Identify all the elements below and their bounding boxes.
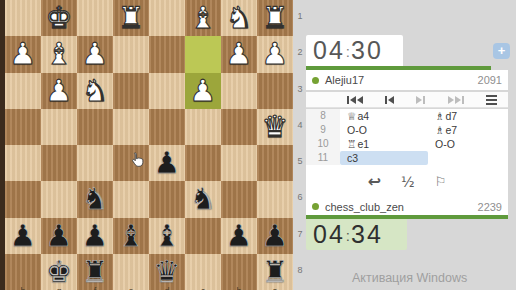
rank-label-7: 7 — [294, 229, 306, 239]
move-row-8: 8♕a4♗d7 — [306, 109, 508, 123]
square-h6[interactable] — [5, 181, 41, 217]
bottom-player-rating: 2239 — [478, 201, 502, 213]
black-queen-d8[interactable]: ♛ — [149, 254, 185, 290]
white-pawn-h2[interactable]: ♟ — [5, 36, 41, 72]
black-move-8[interactable]: ♗d7 — [428, 109, 508, 123]
square-h1[interactable] — [5, 0, 41, 36]
clock-colon: : — [345, 227, 351, 244]
resign-flag-button[interactable]: ⚐ — [435, 174, 447, 189]
white-king-g1[interactable]: ♚ — [41, 0, 77, 36]
rank-label-3: 3 — [294, 84, 306, 94]
rank-label-5: 5 — [294, 156, 306, 166]
previous-move-button[interactable] — [385, 95, 394, 105]
square-h5[interactable] — [5, 145, 41, 181]
white-knight-f3[interactable]: ♞ — [77, 73, 113, 109]
white-move-10[interactable]: ♖e1 — [340, 137, 428, 151]
move-row-11: 11c3 — [306, 151, 508, 165]
rank-label-8: 8 — [294, 265, 306, 275]
black-rook-a8[interactable]: ♜ — [257, 254, 293, 290]
online-dot-icon — [312, 203, 319, 210]
game-actions-bar: ↩ ½ ⚐ — [306, 165, 508, 198]
bottom-player-clock: 04:34 — [306, 219, 407, 250]
black-knight-f6[interactable]: ♞ — [77, 181, 113, 217]
square-b3[interactable] — [221, 73, 257, 109]
white-pawn-c3[interactable]: ♟ — [185, 73, 221, 109]
clock-seconds: 34 — [351, 220, 383, 248]
move-navigation-bar — [306, 92, 508, 108]
rank-label-2: 2 — [294, 47, 306, 57]
give-time-button[interactable]: + — [493, 43, 510, 59]
square-d1[interactable] — [149, 0, 185, 36]
file-label-a: a — [257, 286, 293, 290]
white-bishop-c1[interactable]: ♝ — [185, 0, 221, 36]
black-rook-f8[interactable]: ♜ — [77, 254, 113, 290]
bottom-player-row: chess_club_zen 2239 — [306, 198, 508, 215]
square-e6[interactable] — [113, 181, 149, 217]
white-pawn-a2[interactable]: ♟ — [257, 36, 293, 72]
move-number: 11 — [306, 151, 340, 165]
black-move-11[interactable] — [428, 151, 508, 165]
black-pawn-b7[interactable]: ♟ — [221, 218, 257, 254]
square-d6[interactable] — [149, 181, 185, 217]
move-list-menu-button[interactable] — [486, 95, 497, 105]
square-f1[interactable] — [77, 0, 113, 36]
square-a5[interactable] — [257, 145, 293, 181]
square-c7[interactable] — [185, 218, 221, 254]
white-move-11[interactable]: c3 — [340, 151, 428, 165]
white-rook-e1[interactable]: ♜ — [113, 0, 149, 36]
square-f4[interactable] — [77, 109, 113, 145]
windows-activation-watermark: Активация Windows — [352, 271, 467, 285]
square-b5[interactable] — [221, 145, 257, 181]
black-move-10[interactable]: O-O — [428, 137, 508, 151]
black-king-g8[interactable]: ♚ — [41, 254, 77, 290]
move-row-10: 10♖e1O-O — [306, 137, 508, 151]
square-h3[interactable] — [5, 73, 41, 109]
rank-label-1: 1 — [294, 11, 306, 21]
square-g6[interactable] — [41, 181, 77, 217]
chess-app-window: ♜♞♝♜♚♟♟♟♝♟♟♞♟♛♟♞♞♟♟♝♝♟♟♟♜♛♜♚ 12345678 hg… — [0, 0, 516, 290]
mouse-hand-cursor-icon — [128, 151, 145, 169]
move-list: 8♕a4♗d79O-O♗e710♖e1O-O11c3 — [306, 109, 508, 165]
square-g4[interactable] — [41, 109, 77, 145]
move-number: 10 — [306, 137, 340, 151]
white-pawn-f2[interactable]: ♟ — [77, 36, 113, 72]
file-label-d: d — [149, 286, 185, 290]
square-a3[interactable] — [257, 73, 293, 109]
move-row-9: 9O-O♗e7 — [306, 123, 508, 137]
square-e3[interactable] — [113, 73, 149, 109]
square-g5[interactable] — [41, 145, 77, 181]
square-d4[interactable] — [149, 109, 185, 145]
black-pawn-d5[interactable]: ♟ — [149, 145, 185, 181]
rank-label-4: 4 — [294, 120, 306, 130]
black-bishop-d7[interactable]: ♝ — [149, 218, 185, 254]
online-dot-icon — [312, 77, 319, 84]
square-e4[interactable] — [113, 109, 149, 145]
last-move-button[interactable] — [448, 95, 464, 105]
file-label-e: e — [113, 286, 149, 290]
white-rook-a1[interactable]: ♜ — [257, 0, 293, 36]
white-queen-a4[interactable]: ♛ — [257, 109, 293, 145]
file-label-g: g — [41, 286, 77, 290]
top-player-clock: 04:30 — [306, 35, 403, 66]
clock-seconds: 30 — [351, 36, 383, 64]
white-move-9[interactable]: O-O — [340, 123, 428, 137]
square-e2[interactable] — [113, 36, 149, 72]
file-label-h: h — [5, 286, 41, 290]
square-c5[interactable] — [185, 145, 221, 181]
next-move-button[interactable] — [416, 95, 425, 105]
file-label-c: c — [185, 286, 221, 290]
clock-colon: : — [345, 43, 351, 60]
move-number: 8 — [306, 109, 340, 123]
square-b8[interactable] — [221, 254, 257, 290]
white-bishop-g2[interactable]: ♝ — [41, 36, 77, 72]
white-knight-b1[interactable]: ♞ — [221, 0, 257, 36]
black-bishop-e7[interactable]: ♝ — [113, 218, 149, 254]
square-c2[interactable] — [185, 36, 221, 72]
white-pawn-b2[interactable]: ♟ — [221, 36, 257, 72]
white-move-8[interactable]: ♕a4 — [340, 109, 428, 123]
black-move-9[interactable]: ♗e7 — [428, 123, 508, 137]
square-a6[interactable] — [257, 181, 293, 217]
black-pawn-f7[interactable]: ♟ — [77, 218, 113, 254]
black-knight-c6[interactable]: ♞ — [185, 181, 221, 217]
black-pawn-a7[interactable]: ♟ — [257, 218, 293, 254]
square-c8[interactable] — [185, 254, 221, 290]
square-f5[interactable] — [77, 145, 113, 181]
black-pawn-g7[interactable]: ♟ — [41, 218, 77, 254]
chess-board[interactable]: ♜♞♝♜♚♟♟♟♝♟♟♞♟♛♟♞♞♟♟♝♝♟♟♟♜♛♜♚ — [5, 0, 293, 290]
file-label-f: f — [77, 286, 113, 290]
square-d3[interactable] — [149, 73, 185, 109]
square-h8[interactable] — [5, 254, 41, 290]
square-d2[interactable] — [149, 36, 185, 72]
top-player-rating: 2091 — [478, 74, 502, 86]
clock-minutes: 04 — [313, 36, 345, 64]
top-player-row: Alejiu17 2091 — [306, 70, 508, 90]
square-e8[interactable] — [113, 254, 149, 290]
takeback-button[interactable]: ↩ — [368, 172, 381, 191]
square-b6[interactable] — [221, 181, 257, 217]
clock-minutes: 04 — [313, 220, 345, 248]
square-h4[interactable] — [5, 109, 41, 145]
white-pawn-g3[interactable]: ♟ — [41, 73, 77, 109]
square-c4[interactable] — [185, 109, 221, 145]
first-move-button[interactable] — [347, 95, 363, 105]
bottom-player-name[interactable]: chess_club_zen — [325, 201, 478, 213]
black-pawn-h7[interactable]: ♟ — [5, 218, 41, 254]
rank-label-6: 6 — [294, 192, 306, 202]
move-number: 9 — [306, 123, 340, 137]
offer-draw-button[interactable]: ½ — [401, 174, 415, 190]
file-label-b: b — [221, 286, 257, 290]
square-b4[interactable] — [221, 109, 257, 145]
top-player-name[interactable]: Alejiu17 — [325, 74, 478, 86]
